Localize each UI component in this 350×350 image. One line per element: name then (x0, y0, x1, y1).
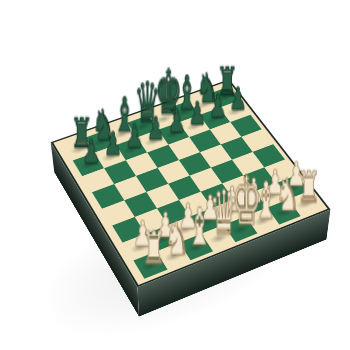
piece-green-pawn[interactable]: ♟ (79, 137, 103, 169)
piece-green-pawn[interactable]: ♟ (227, 84, 250, 115)
chess-set-box: ♜♞♝♛♚♝♞♜♟♟♟♟♟♟♟♟♟♟♟♟♟♟♟♟♜♞♝♛♚♝♞♜ (51, 79, 331, 287)
piece-white-knight[interactable]: ♞ (275, 172, 300, 217)
product-photo: ♜♞♝♛♚♝♞♜♟♟♟♟♟♟♟♟♟♟♟♟♟♟♟♟♜♞♝♛♚♝♞♜ (0, 0, 350, 350)
piece-white-bishop[interactable]: ♝ (187, 201, 212, 252)
piece-white-rook[interactable]: ♜ (297, 166, 322, 209)
piece-green-pawn[interactable]: ♟ (101, 129, 125, 161)
piece-white-rook[interactable]: ♜ (141, 226, 167, 271)
piece-white-knight[interactable]: ♞ (164, 215, 190, 261)
piece-green-pawn[interactable]: ♟ (206, 92, 229, 123)
piece-green-pawn[interactable]: ♟ (186, 99, 209, 130)
piece-white-queen[interactable]: ♛ (209, 183, 234, 243)
scene: ♜♞♝♛♚♝♞♜♟♟♟♟♟♟♟♟♟♟♟♟♟♟♟♟♜♞♝♛♚♝♞♜ (0, 0, 350, 350)
piece-green-pawn[interactable]: ♟ (144, 114, 167, 146)
piece-green-pawn[interactable]: ♟ (123, 121, 147, 153)
board-top-face: ♜♞♝♛♚♝♞♜♟♟♟♟♟♟♟♟♟♟♟♟♟♟♟♟♜♞♝♛♚♝♞♜ (51, 79, 331, 287)
piece-green-pawn[interactable]: ♟ (165, 106, 188, 138)
